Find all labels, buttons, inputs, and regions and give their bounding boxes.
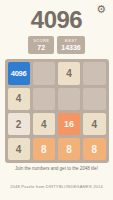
tile-4: 4 [8,88,30,110]
tile-16: 16 [58,113,80,135]
tile-8: 8 [58,138,80,160]
score-value: 72 [32,44,50,51]
empty-cell [33,88,55,110]
tile-4: 4 [83,113,105,135]
tile-4: 4 [33,113,55,135]
empty-cell [58,88,80,110]
score-box: SCORE 72 [28,36,54,54]
tile-4: 4 [58,62,80,84]
empty-cell [83,88,105,110]
best-score-box: BEST 14336 [57,36,84,54]
empty-cell [83,62,105,84]
tagline-text: Join the numbers and get to the 2048 til… [0,166,113,171]
score-panel: SCORE 72 BEST 14336 [0,36,113,54]
app-window: ⚙ 4096 SCORE 72 BEST 14336 4096442416448… [0,0,113,200]
empty-cell [33,62,55,84]
footer-credit: 2048 Puzzle from DIRTYBLONDEGAMES 2014 [0,184,113,189]
game-board[interactable]: 409644241644888 [5,59,109,163]
settings-button[interactable]: ⚙ [96,4,106,15]
gear-icon: ⚙ [96,3,106,15]
tile-8: 8 [83,138,105,160]
tile-2: 2 [8,113,30,135]
tile-4: 4 [8,138,30,160]
best-value: 14336 [61,44,80,51]
tile-4096: 4096 [8,62,30,84]
best-label: BEST [61,38,80,43]
score-label: SCORE [32,38,50,43]
tile-8: 8 [33,138,55,160]
